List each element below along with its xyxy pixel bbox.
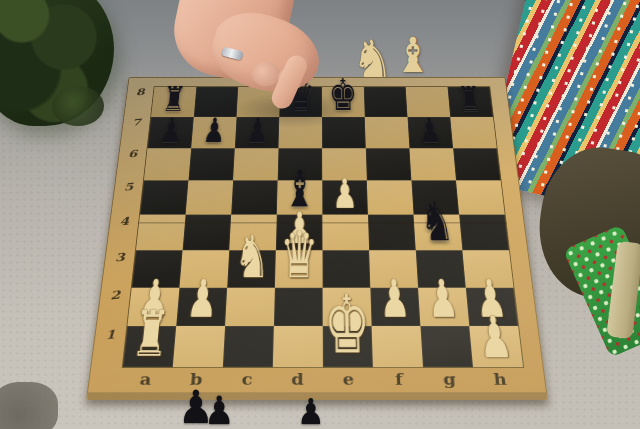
rank-label-6: 6 <box>121 147 144 181</box>
square-f6[interactable] <box>366 148 412 181</box>
black-pawn-g7[interactable]: ♟ <box>418 114 443 148</box>
square-b4[interactable] <box>183 215 232 251</box>
square-d2[interactable] <box>274 287 323 326</box>
square-h5[interactable] <box>456 181 505 215</box>
square-a5[interactable] <box>140 181 188 215</box>
square-a6[interactable] <box>144 148 191 181</box>
square-e5[interactable]: ♟ <box>322 181 368 215</box>
board-grid: ♜♛♚♜♟♟♟♟♝♟♟♞♞♛♟♟♟♟♟♜♚♟ <box>122 86 524 368</box>
white-pawn-e5[interactable]: ♟ <box>332 173 358 214</box>
square-h1[interactable]: ♟ <box>469 326 523 367</box>
white-pawn-h1[interactable]: ♟ <box>476 309 515 367</box>
white-king-e1[interactable]: ♚ <box>324 286 372 367</box>
rank-label-4: 4 <box>113 214 137 251</box>
square-c3[interactable]: ♞ <box>227 250 276 287</box>
square-b2[interactable]: ♟ <box>176 287 227 326</box>
square-c1[interactable] <box>223 326 274 367</box>
white-rook-a1[interactable]: ♜ <box>129 303 172 366</box>
captured-black-pawn: ♟ <box>204 391 234 429</box>
rank-label-7: 7 <box>125 116 148 149</box>
black-knight-g4[interactable]: ♞ <box>419 196 456 250</box>
square-f4[interactable] <box>368 215 416 251</box>
square-a7[interactable]: ♟ <box>148 117 194 148</box>
square-h8[interactable]: ♜ <box>448 87 493 117</box>
black-pawn-a7[interactable]: ♟ <box>158 114 183 148</box>
square-f7[interactable] <box>365 117 410 148</box>
square-g6[interactable] <box>409 148 456 181</box>
curled-finger <box>252 62 280 86</box>
square-d1[interactable] <box>273 326 323 367</box>
square-f1[interactable] <box>372 326 423 367</box>
rank-label-3: 3 <box>108 249 133 288</box>
square-b6[interactable] <box>188 148 234 181</box>
file-label-g: g <box>424 371 477 398</box>
captured-white-bishop: ♝ <box>394 32 432 80</box>
file-label-e: e <box>323 371 374 398</box>
square-f8[interactable] <box>364 87 408 117</box>
square-g1[interactable] <box>420 326 473 367</box>
file-label-a: a <box>118 371 171 398</box>
square-g2[interactable]: ♟ <box>418 287 469 326</box>
file-label-f: f <box>373 371 425 398</box>
square-g4[interactable]: ♞ <box>414 215 463 251</box>
rank-label-8: 8 <box>129 86 151 117</box>
white-pawn-g2[interactable]: ♟ <box>426 273 460 325</box>
square-c5[interactable] <box>231 181 277 215</box>
file-label-h: h <box>474 371 528 398</box>
square-c2[interactable] <box>225 287 275 326</box>
black-rook-h8[interactable]: ♜ <box>457 82 484 117</box>
rank-label-5: 5 <box>117 180 141 216</box>
rank-label-2: 2 <box>103 287 128 328</box>
photo-scene: ♞♝ 87654321 abcdefgh ♜♛♚♜♟♟♟♟♝♟♟♞♞♛♟♟♟♟♟… <box>0 0 640 429</box>
square-c6[interactable] <box>233 148 278 181</box>
square-b7[interactable]: ♟ <box>191 117 236 148</box>
white-queen-d3[interactable]: ♛ <box>279 222 318 286</box>
square-e4[interactable] <box>322 215 369 251</box>
square-h7[interactable] <box>450 117 496 148</box>
captured-black-pawn: ♟ <box>297 394 325 429</box>
square-d3[interactable]: ♛ <box>275 250 323 287</box>
square-h6[interactable] <box>453 148 501 181</box>
square-b5[interactable] <box>186 181 233 215</box>
square-f2[interactable]: ♟ <box>370 287 420 326</box>
square-a4[interactable] <box>136 215 186 251</box>
square-g7[interactable]: ♟ <box>407 117 453 148</box>
black-pawn-b7[interactable]: ♟ <box>202 114 226 148</box>
square-e1[interactable]: ♚ <box>323 326 373 367</box>
rank-label-1: 1 <box>98 326 124 369</box>
square-h4[interactable] <box>459 215 509 251</box>
square-a1[interactable]: ♜ <box>123 326 176 367</box>
white-knight-c3[interactable]: ♞ <box>233 228 271 287</box>
white-pawn-b2[interactable]: ♟ <box>185 273 219 325</box>
square-f5[interactable] <box>367 181 414 215</box>
white-pawn-f2[interactable]: ♟ <box>379 273 412 325</box>
foliage-leaf <box>52 86 104 126</box>
square-b1[interactable] <box>173 326 225 367</box>
ledge-shadow <box>0 382 58 429</box>
